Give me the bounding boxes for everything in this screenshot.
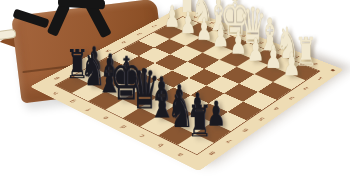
coordinate-label: 8	[208, 150, 217, 155]
coordinate-label: 4	[273, 106, 281, 111]
coordinate-label: 1	[317, 76, 325, 80]
chess-set-product-photo: abcdefgh 87654321 ♜♞♝♛♚♝♞♜♟♟♟♟♟♟♟♟♟♟♟♟♟♟…	[0, 0, 350, 179]
coordinate-label: h	[52, 91, 60, 95]
coordinate-label: g	[69, 99, 78, 104]
coordinate-label: 3	[288, 96, 296, 101]
board-perspective: abcdefgh 87654321 ♜♞♝♛♚♝♞♜♟♟♟♟♟♟♟♟♟♟♟♟♟♟…	[0, 0, 350, 179]
chess-board-mat: abcdefgh 87654321 ♜♞♝♛♚♝♞♜♟♟♟♟♟♟♟♟♟♟♟♟♟♟…	[30, 6, 344, 171]
coordinate-label: d	[120, 124, 129, 129]
piece-black-rook: ♜	[178, 101, 222, 141]
coordinate-label: 2	[303, 86, 311, 90]
coordinate-label: 5	[258, 116, 266, 121]
board-grid: ♜♞♝♛♚♝♞♜♟♟♟♟♟♟♟♟♟♟♟♟♟♟♟♟♜♞♝♛♚♝♞♜	[55, 16, 321, 155]
coordinate-label: b	[157, 142, 166, 147]
coordinate-label: 6	[242, 127, 251, 132]
coordinate-label: a	[176, 152, 185, 157]
coordinate-label: c	[138, 133, 146, 138]
coordinate-label: 7	[225, 138, 234, 143]
coordinate-label: 3	[136, 32, 144, 36]
piece-white-pawn: ♟	[272, 50, 312, 79]
coordinate-label: e	[102, 115, 111, 120]
coordinate-label: f	[86, 107, 93, 111]
